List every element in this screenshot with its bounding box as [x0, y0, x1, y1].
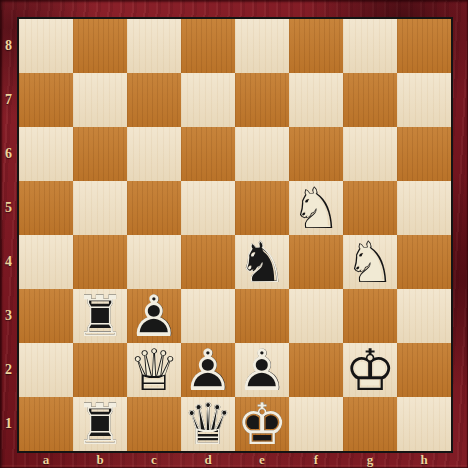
square-d2[interactable]: ♟♙	[181, 343, 235, 397]
black-pawn-glyph-outline: ♙	[235, 343, 289, 397]
white-knight-piece[interactable]: ♞♘	[289, 181, 343, 235]
square-g5[interactable]	[343, 181, 397, 235]
square-e5[interactable]	[235, 181, 289, 235]
black-rook-glyph-outline: ♖	[73, 397, 127, 451]
square-h5[interactable]	[397, 181, 451, 235]
square-h3[interactable]	[397, 289, 451, 343]
black-rook-piece[interactable]: ♜♖	[73, 289, 127, 343]
file-label-a: a	[19, 453, 73, 468]
square-h8[interactable]	[397, 19, 451, 73]
square-a7[interactable]	[19, 73, 73, 127]
square-b7[interactable]	[73, 73, 127, 127]
rank-label-2: 2	[0, 343, 17, 397]
square-b2[interactable]	[73, 343, 127, 397]
square-h2[interactable]	[397, 343, 451, 397]
white-queen-piece[interactable]: ♛♕	[127, 343, 181, 397]
black-pawn-piece[interactable]: ♟♙	[235, 343, 289, 397]
square-g3[interactable]	[343, 289, 397, 343]
square-c5[interactable]	[127, 181, 181, 235]
square-g8[interactable]	[343, 19, 397, 73]
file-label-g: g	[343, 453, 397, 468]
rank-labels: 87654321	[0, 19, 17, 451]
square-h4[interactable]	[397, 235, 451, 289]
black-rook-glyph-outline: ♖	[73, 289, 127, 343]
square-a1[interactable]	[19, 397, 73, 451]
black-pawn-piece[interactable]: ♟♙	[181, 343, 235, 397]
square-a3[interactable]	[19, 289, 73, 343]
black-queen-piece[interactable]: ♛♕	[181, 397, 235, 451]
square-f4[interactable]	[289, 235, 343, 289]
chess-diagram: 87654321 abcdefgh ♞♘♞♘♞♘♜♖♟♙♛♕♟♙♟♙♚♔♜♖♛♕…	[0, 0, 468, 468]
square-f8[interactable]	[289, 19, 343, 73]
square-b5[interactable]	[73, 181, 127, 235]
square-e3[interactable]	[235, 289, 289, 343]
black-king-glyph-outline: ♔	[235, 397, 289, 451]
square-c3[interactable]: ♟♙	[127, 289, 181, 343]
square-d1[interactable]: ♛♕	[181, 397, 235, 451]
black-pawn-piece[interactable]: ♟♙	[127, 289, 181, 343]
square-e2[interactable]: ♟♙	[235, 343, 289, 397]
square-e4[interactable]: ♞♘	[235, 235, 289, 289]
file-label-h: h	[397, 453, 451, 468]
square-c2[interactable]: ♛♕	[127, 343, 181, 397]
board: ♞♘♞♘♞♘♜♖♟♙♛♕♟♙♟♙♚♔♜♖♛♕♚♔	[17, 17, 453, 453]
square-a8[interactable]	[19, 19, 73, 73]
square-f3[interactable]	[289, 289, 343, 343]
square-g2[interactable]: ♚♔	[343, 343, 397, 397]
black-pawn-glyph-outline: ♙	[181, 343, 235, 397]
square-c7[interactable]	[127, 73, 181, 127]
square-e7[interactable]	[235, 73, 289, 127]
square-c4[interactable]	[127, 235, 181, 289]
white-king-piece[interactable]: ♚♔	[343, 343, 397, 397]
rank-label-3: 3	[0, 289, 17, 343]
square-g4[interactable]: ♞♘	[343, 235, 397, 289]
square-d6[interactable]	[181, 127, 235, 181]
square-a6[interactable]	[19, 127, 73, 181]
square-d4[interactable]	[181, 235, 235, 289]
black-knight-glyph-outline: ♘	[235, 235, 289, 289]
black-king-piece[interactable]: ♚♔	[235, 397, 289, 451]
rank-label-1: 1	[0, 397, 17, 451]
black-rook-piece[interactable]: ♜♖	[73, 397, 127, 451]
square-d5[interactable]	[181, 181, 235, 235]
square-g6[interactable]	[343, 127, 397, 181]
square-a4[interactable]	[19, 235, 73, 289]
square-g7[interactable]	[343, 73, 397, 127]
rank-label-5: 5	[0, 181, 17, 235]
square-c8[interactable]	[127, 19, 181, 73]
rank-label-7: 7	[0, 73, 17, 127]
square-h7[interactable]	[397, 73, 451, 127]
square-f2[interactable]	[289, 343, 343, 397]
square-a5[interactable]	[19, 181, 73, 235]
rank-label-4: 4	[0, 235, 17, 289]
white-knight-glyph-outline: ♘	[343, 235, 397, 289]
square-f5[interactable]: ♞♘	[289, 181, 343, 235]
rank-label-8: 8	[0, 19, 17, 73]
square-f7[interactable]	[289, 73, 343, 127]
square-h1[interactable]	[397, 397, 451, 451]
square-c1[interactable]	[127, 397, 181, 451]
square-b4[interactable]	[73, 235, 127, 289]
square-c6[interactable]	[127, 127, 181, 181]
white-knight-glyph-outline: ♘	[289, 181, 343, 235]
square-f6[interactable]	[289, 127, 343, 181]
square-h6[interactable]	[397, 127, 451, 181]
square-b6[interactable]	[73, 127, 127, 181]
white-king-glyph-outline: ♔	[343, 343, 397, 397]
black-knight-piece[interactable]: ♞♘	[235, 235, 289, 289]
white-knight-piece[interactable]: ♞♘	[343, 235, 397, 289]
square-g1[interactable]	[343, 397, 397, 451]
square-e6[interactable]	[235, 127, 289, 181]
rank-label-6: 6	[0, 127, 17, 181]
file-label-c: c	[127, 453, 181, 468]
square-d8[interactable]	[181, 19, 235, 73]
square-b3[interactable]: ♜♖	[73, 289, 127, 343]
square-f1[interactable]	[289, 397, 343, 451]
white-queen-glyph-outline: ♕	[127, 343, 181, 397]
black-queen-glyph-outline: ♕	[181, 397, 235, 451]
square-d3[interactable]	[181, 289, 235, 343]
square-a2[interactable]	[19, 343, 73, 397]
black-pawn-glyph-outline: ♙	[127, 289, 181, 343]
square-b1[interactable]: ♜♖	[73, 397, 127, 451]
square-d7[interactable]	[181, 73, 235, 127]
square-e8[interactable]	[235, 19, 289, 73]
file-label-f: f	[289, 453, 343, 468]
square-e1[interactable]: ♚♔	[235, 397, 289, 451]
square-b8[interactable]	[73, 19, 127, 73]
